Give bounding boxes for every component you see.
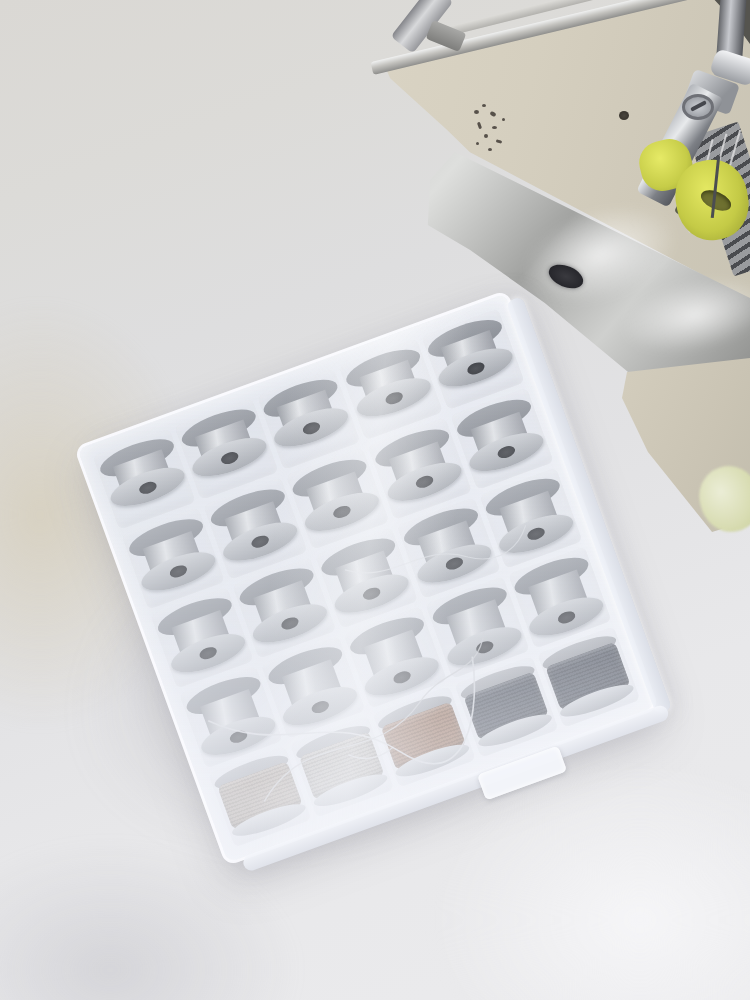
bobbin-wound-copper — [374, 689, 474, 784]
bobbin-empty — [481, 471, 581, 566]
photo-canvas: { "scene": { "description": "Overhead ph… — [0, 0, 750, 1000]
bobbin-empty — [317, 530, 417, 625]
bobbin-empty — [177, 402, 277, 497]
bobbin-empty — [423, 312, 523, 407]
bobbin-empty — [370, 421, 470, 516]
bobbin-empty — [259, 372, 359, 467]
bobbin-wound-taupe — [210, 749, 310, 844]
bed-scuff-marks — [468, 100, 528, 160]
bobbin-empty — [234, 560, 334, 655]
bobbin-wound-navy — [539, 629, 639, 724]
bobbin-empty — [345, 610, 445, 705]
bobbin-empty — [95, 432, 195, 527]
bobbin-empty — [452, 391, 552, 486]
bobbin-empty — [428, 580, 528, 675]
bed-round-mark — [619, 111, 629, 120]
bobbin-empty — [263, 640, 363, 735]
bobbin-wound-navy — [456, 659, 556, 754]
bobbin-empty — [510, 550, 610, 645]
bobbin-empty — [341, 342, 441, 437]
bobbin-empty — [399, 501, 499, 596]
bobbin-wound-grey — [292, 719, 392, 814]
bobbin-empty — [181, 670, 281, 765]
bobbin-empty — [288, 451, 388, 546]
bobbin-empty — [123, 511, 223, 606]
bobbin-empty — [152, 590, 252, 685]
bobbin-empty — [206, 481, 306, 576]
